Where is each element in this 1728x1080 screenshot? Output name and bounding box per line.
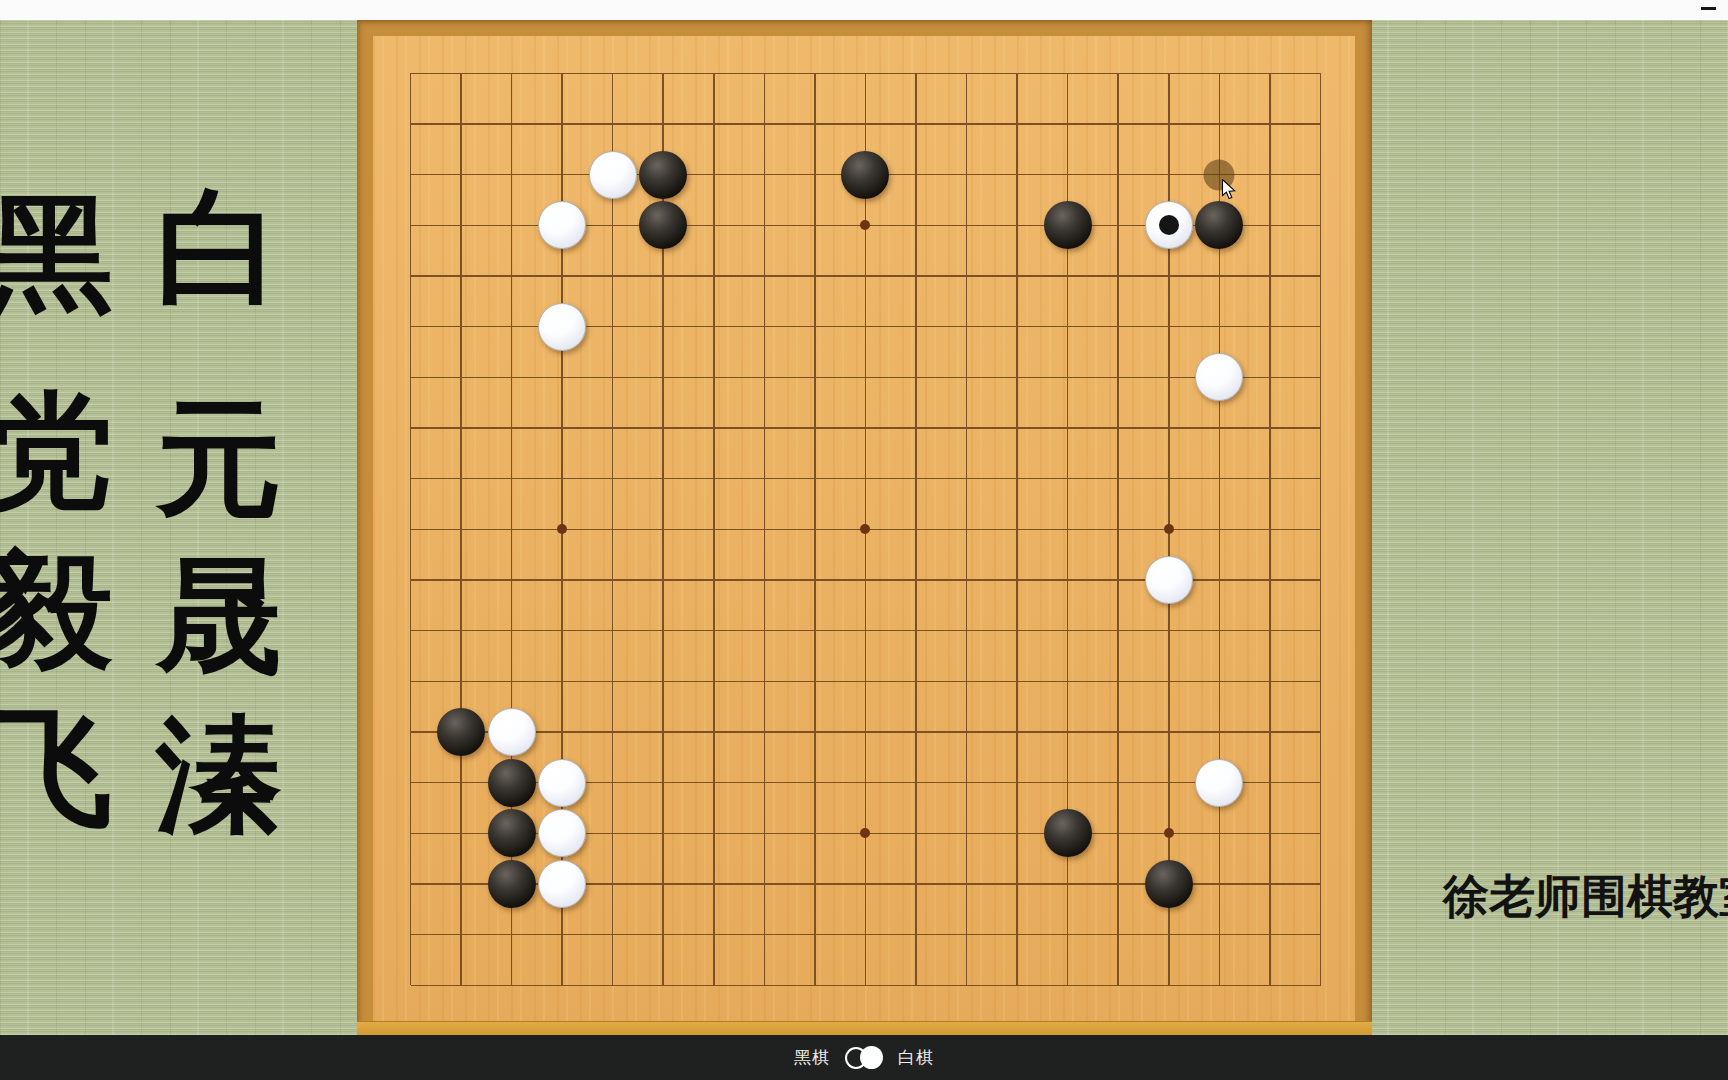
player-label-char: 晟 [154, 551, 284, 681]
window-titlebar [0, 0, 1728, 20]
grid-line-v [1269, 73, 1271, 985]
grid-line-v [764, 73, 766, 985]
white-stone-D3 [538, 860, 586, 908]
black-stone-F17 [639, 151, 687, 199]
star-point [860, 524, 870, 534]
black-stone-Q3 [1145, 860, 1193, 908]
grid-line-v [612, 73, 614, 985]
player-label-char: 元 [154, 394, 284, 524]
color-toggle[interactable] [845, 1046, 883, 1070]
grid-line-v [713, 73, 715, 985]
white-stone-C6 [488, 708, 536, 756]
grid-line-v [460, 73, 462, 985]
player-label-char: 白 [154, 183, 284, 313]
bottom-control-bar: 黑棋 白棋 [0, 1035, 1728, 1080]
player-label-char: 党 [0, 387, 115, 517]
grid-line-v [814, 73, 816, 985]
player-label-char: 毅 [0, 546, 115, 676]
white-stone-Q16 [1145, 201, 1193, 249]
black-stone-O16 [1044, 201, 1092, 249]
player-label-char: 溱 [154, 710, 284, 840]
toggle-white-knob [860, 1046, 883, 1069]
last-move-marker [1159, 215, 1179, 235]
white-stone-Q9 [1145, 556, 1193, 604]
grid-line-v [915, 73, 917, 985]
star-point [860, 828, 870, 838]
white-stone-E17 [589, 151, 637, 199]
star-point [860, 220, 870, 230]
black-stone-O4 [1044, 809, 1092, 857]
grid-line-v [1117, 73, 1119, 985]
go-board[interactable] [357, 20, 1372, 1035]
player-label-char: 飞 [0, 703, 115, 833]
white-stone-D4 [538, 809, 586, 857]
black-stone-label: 黑棋 [794, 1046, 830, 1069]
black-stone-K17 [841, 151, 889, 199]
star-point [1164, 524, 1174, 534]
star-point [1164, 828, 1174, 838]
white-stone-D16 [538, 201, 586, 249]
grid-line-v [1320, 73, 1322, 985]
board-grid [411, 73, 1321, 985]
star-point [557, 524, 567, 534]
grid-line-v [410, 73, 412, 985]
black-stone-B6 [437, 708, 485, 756]
grid-line-v [966, 73, 968, 985]
black-stone-C5 [488, 759, 536, 807]
black-stone-C3 [488, 860, 536, 908]
mouse-cursor-icon [1221, 179, 1236, 200]
white-stone-D5 [538, 759, 586, 807]
black-stone-R16 [1195, 201, 1243, 249]
white-stone-label: 白棋 [898, 1046, 934, 1069]
black-stone-F16 [639, 201, 687, 249]
white-stone-D14 [538, 303, 586, 351]
board-bottom-edge [357, 1021, 1372, 1035]
watermark-text: 徐老师围棋教室 [1443, 866, 1728, 928]
white-stone-R13 [1195, 353, 1243, 401]
grid-line-v [1016, 73, 1018, 985]
player-label-char: 黑 [0, 189, 115, 319]
minimize-icon[interactable] [1701, 7, 1716, 10]
black-stone-C4 [488, 809, 536, 857]
white-stone-R5 [1195, 759, 1243, 807]
screen: 黑党毅飞 白元晟溱 徐老师围棋教室 黑棋 白棋 [0, 0, 1728, 1080]
